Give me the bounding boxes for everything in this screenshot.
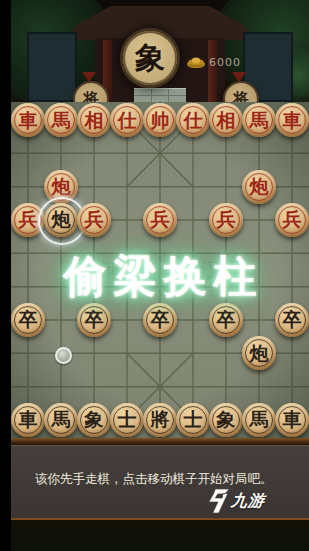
tutorial-message-panel: 该你先手走棋，点击移动棋子开始对局吧。 [11, 445, 309, 520]
piece-character: 炮 [52, 210, 71, 229]
side-door-left [27, 32, 77, 102]
piece-character: 馬 [250, 410, 269, 429]
piece-black-soldier[interactable]: 卒 [77, 303, 111, 337]
piece-character: 卒 [151, 310, 170, 329]
piece-character: 車 [283, 410, 302, 429]
piece-character: 卒 [283, 310, 302, 329]
piece-red-cannon[interactable]: 炮 [242, 170, 276, 204]
piece-character: 兵 [217, 210, 236, 229]
piece-character: 士 [118, 410, 137, 429]
piece-character: 卒 [217, 310, 236, 329]
piece-red-elephant[interactable]: 相 [209, 103, 243, 137]
gold-ingot-icon [185, 53, 207, 74]
jiuyou-brand-watermark: 九游 [207, 489, 267, 513]
temple-pillar-right [208, 40, 217, 102]
piece-character: 象 [85, 410, 104, 429]
piece-red-horse[interactable]: 馬 [242, 103, 276, 137]
piece-red-cannon[interactable]: 炮 [44, 170, 78, 204]
piece-character: 相 [85, 111, 104, 130]
piece-red-general[interactable]: 帅 [143, 103, 177, 137]
piece-character: 卒 [85, 310, 104, 329]
game-screen: 将 将 象 6000 [11, 0, 309, 551]
temple-steps [134, 88, 186, 102]
piece-black-chariot[interactable]: 車 [11, 403, 45, 437]
piece-character: 炮 [52, 177, 71, 196]
piece-black-advisor[interactable]: 士 [110, 403, 144, 437]
piece-character: 兵 [19, 210, 38, 229]
piece-black-soldier[interactable]: 卒 [11, 303, 45, 337]
board-bottom-rim [11, 438, 309, 445]
piece-black-soldier[interactable]: 卒 [275, 303, 309, 337]
piece-character: 象 [217, 410, 236, 429]
piece-black-elephant[interactable]: 象 [209, 403, 243, 437]
piece-black-advisor[interactable]: 士 [176, 403, 210, 437]
piece-black-general[interactable]: 將 [143, 403, 177, 437]
piece-character: 車 [19, 111, 38, 130]
piece-character: 炮 [250, 344, 269, 363]
piece-character: 兵 [85, 210, 104, 229]
tutorial-message: 该你先手走棋，点击移动棋子开始对局吧。 [35, 470, 285, 487]
jiuyou-brand-text: 九游 [230, 491, 266, 512]
piece-red-horse[interactable]: 馬 [44, 103, 78, 137]
piece-red-chariot[interactable]: 車 [275, 103, 309, 137]
piece-character: 相 [217, 111, 236, 130]
jiuyou-logo-icon [207, 489, 230, 513]
piece-red-advisor[interactable]: 仕 [110, 103, 144, 137]
top-scenery: 将 将 象 6000 [11, 0, 309, 102]
piece-character: 士 [184, 410, 203, 429]
piece-character: 仕 [118, 111, 137, 130]
piece-black-elephant[interactable]: 象 [77, 403, 111, 437]
piece-black-chariot[interactable]: 車 [275, 403, 309, 437]
bottom-scenery [11, 520, 309, 551]
piece-black-soldier[interactable]: 卒 [209, 303, 243, 337]
piece-character: 兵 [283, 210, 302, 229]
piece-character: 馬 [52, 111, 71, 130]
piece-black-cannon[interactable]: 炮 [44, 203, 78, 237]
piece-red-soldier[interactable]: 兵 [11, 203, 45, 237]
piece-character: 車 [19, 410, 38, 429]
piece-character: 炮 [250, 177, 269, 196]
piece-character: 將 [151, 410, 170, 429]
piece-black-horse[interactable]: 馬 [242, 403, 276, 437]
elephant-medallion-logo: 象 [120, 28, 180, 88]
piece-red-soldier[interactable]: 兵 [143, 203, 177, 237]
piece-red-soldier[interactable]: 兵 [209, 203, 243, 237]
piece-character: 兵 [151, 210, 170, 229]
piece-character: 車 [283, 111, 302, 130]
elephant-medallion-char: 象 [135, 38, 165, 79]
piece-black-horse[interactable]: 馬 [44, 403, 78, 437]
board-vignette [11, 102, 309, 440]
piece-character: 馬 [250, 111, 269, 130]
piece-red-advisor[interactable]: 仕 [176, 103, 210, 137]
piece-character: 仕 [184, 111, 203, 130]
piece-character: 帅 [151, 111, 170, 130]
piece-black-soldier[interactable]: 卒 [143, 303, 177, 337]
piece-red-elephant[interactable]: 相 [77, 103, 111, 137]
piece-red-soldier[interactable]: 兵 [275, 203, 309, 237]
coin-balance: 6000 [209, 56, 241, 69]
piece-character: 卒 [19, 310, 38, 329]
piece-red-soldier[interactable]: 兵 [77, 203, 111, 237]
xiangqi-board[interactable]: 楚河 汉界 [11, 102, 309, 440]
piece-red-chariot[interactable]: 車 [11, 103, 45, 137]
piece-character: 馬 [52, 410, 71, 429]
